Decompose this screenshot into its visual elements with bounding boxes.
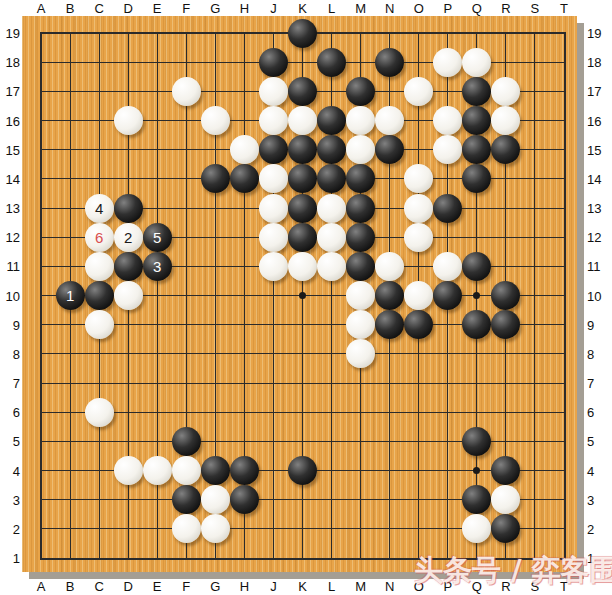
column-label-top: F xyxy=(171,1,201,16)
move-number: 4 xyxy=(95,200,103,217)
column-label-bottom: A xyxy=(26,579,56,594)
white-stone[interactable] xyxy=(143,456,172,485)
row-label-left: 10 xyxy=(0,289,20,304)
move-number: 5 xyxy=(153,229,161,246)
white-stone[interactable] xyxy=(230,135,259,164)
row-label-left: 9 xyxy=(0,318,20,333)
star-point xyxy=(299,292,306,299)
black-stone[interactable] xyxy=(230,485,259,514)
black-stone[interactable] xyxy=(259,48,288,77)
row-label-left: 16 xyxy=(0,114,20,129)
column-label-top: T xyxy=(549,1,579,16)
row-label-left: 5 xyxy=(0,434,20,449)
white-stone[interactable] xyxy=(201,514,230,543)
row-label-left: 15 xyxy=(0,143,20,158)
white-stone[interactable] xyxy=(375,252,404,281)
white-stone[interactable] xyxy=(317,194,346,223)
row-label-left: 13 xyxy=(0,201,20,216)
white-stone[interactable] xyxy=(201,106,230,135)
white-stone[interactable] xyxy=(375,106,404,135)
black-stone[interactable] xyxy=(462,252,491,281)
column-label-top: A xyxy=(26,1,56,16)
white-stone[interactable] xyxy=(288,106,317,135)
row-label-left: 14 xyxy=(0,172,20,187)
black-stone[interactable] xyxy=(346,223,375,252)
row-label-right: 13 xyxy=(587,201,607,216)
black-stone[interactable] xyxy=(172,427,201,456)
black-stone[interactable] xyxy=(85,281,114,310)
row-label-left: 17 xyxy=(0,84,20,99)
column-label-top: H xyxy=(229,1,259,16)
row-label-left: 19 xyxy=(0,26,20,41)
white-stone[interactable] xyxy=(259,106,288,135)
black-stone[interactable] xyxy=(346,252,375,281)
column-label-top: O xyxy=(404,1,434,16)
black-stone[interactable] xyxy=(317,48,346,77)
white-stone[interactable] xyxy=(259,164,288,193)
white-stone[interactable] xyxy=(317,223,346,252)
white-stone[interactable] xyxy=(404,194,433,223)
row-label-right: 17 xyxy=(587,84,607,99)
row-label-right: 9 xyxy=(587,318,607,333)
white-stone[interactable] xyxy=(404,77,433,106)
column-label-top: B xyxy=(55,1,85,16)
black-stone[interactable] xyxy=(230,456,259,485)
white-stone[interactable] xyxy=(462,48,491,77)
column-label-top: K xyxy=(288,1,318,16)
black-stone[interactable] xyxy=(462,77,491,106)
row-label-right: 6 xyxy=(587,405,607,420)
row-label-right: 19 xyxy=(587,26,607,41)
white-stone[interactable] xyxy=(85,398,114,427)
black-stone[interactable] xyxy=(288,223,317,252)
black-stone[interactable] xyxy=(375,48,404,77)
row-label-right: 4 xyxy=(587,464,607,479)
column-label-bottom: E xyxy=(142,579,172,594)
white-stone[interactable] xyxy=(433,48,462,77)
row-label-left: 3 xyxy=(0,493,20,508)
white-stone[interactable] xyxy=(346,281,375,310)
black-stone[interactable]: 1 xyxy=(56,281,85,310)
black-stone[interactable] xyxy=(259,135,288,164)
row-label-right: 10 xyxy=(587,289,607,304)
row-label-right: 3 xyxy=(587,493,607,508)
row-label-left: 7 xyxy=(0,376,20,391)
column-label-bottom: K xyxy=(288,579,318,594)
black-stone[interactable] xyxy=(346,194,375,223)
column-label-bottom: N xyxy=(375,579,405,594)
column-label-top: M xyxy=(346,1,376,16)
white-stone[interactable]: 2 xyxy=(114,223,143,252)
row-label-right: 2 xyxy=(587,522,607,537)
row-label-left: 2 xyxy=(0,522,20,537)
column-label-top: J xyxy=(258,1,288,16)
column-label-bottom: D xyxy=(113,579,143,594)
black-stone[interactable] xyxy=(288,135,317,164)
row-label-left: 12 xyxy=(0,230,20,245)
black-stone[interactable]: 3 xyxy=(143,252,172,281)
go-board[interactable]: 462531 xyxy=(22,16,577,572)
black-stone[interactable] xyxy=(433,194,462,223)
white-stone[interactable] xyxy=(114,106,143,135)
column-label-bottom: B xyxy=(55,579,85,594)
column-label-bottom: G xyxy=(200,579,230,594)
white-stone[interactable] xyxy=(404,223,433,252)
white-stone[interactable] xyxy=(114,456,143,485)
row-label-left: 8 xyxy=(0,347,20,362)
white-stone[interactable] xyxy=(85,310,114,339)
move-number: 6 xyxy=(95,229,103,246)
black-stone[interactable] xyxy=(462,427,491,456)
row-label-right: 8 xyxy=(587,347,607,362)
row-label-left: 4 xyxy=(0,464,20,479)
white-stone[interactable] xyxy=(491,77,520,106)
watermark: 头条号 / 弈客围棋 xyxy=(414,551,612,591)
column-label-top: N xyxy=(375,1,405,16)
row-label-left: 18 xyxy=(0,55,20,70)
move-number: 3 xyxy=(153,258,161,275)
black-stone[interactable] xyxy=(201,456,230,485)
white-stone[interactable] xyxy=(259,223,288,252)
row-label-right: 15 xyxy=(587,143,607,158)
row-label-right: 18 xyxy=(587,55,607,70)
black-stone[interactable] xyxy=(288,456,317,485)
column-label-bottom: M xyxy=(346,579,376,594)
black-stone[interactable] xyxy=(114,194,143,223)
black-stone[interactable] xyxy=(230,164,259,193)
black-stone[interactable] xyxy=(288,77,317,106)
row-label-right: 11 xyxy=(587,259,607,274)
white-stone[interactable] xyxy=(114,281,143,310)
white-stone[interactable] xyxy=(404,281,433,310)
row-label-left: 1 xyxy=(0,551,20,566)
row-label-right: 5 xyxy=(587,434,607,449)
column-label-top: C xyxy=(84,1,114,16)
black-stone[interactable] xyxy=(288,194,317,223)
white-stone[interactable] xyxy=(172,456,201,485)
black-stone[interactable] xyxy=(317,106,346,135)
row-label-right: 16 xyxy=(587,114,607,129)
black-stone[interactable] xyxy=(346,77,375,106)
white-stone[interactable] xyxy=(259,194,288,223)
white-stone[interactable] xyxy=(288,252,317,281)
white-stone[interactable] xyxy=(85,252,114,281)
row-label-left: 11 xyxy=(0,259,20,274)
white-stone[interactable] xyxy=(433,252,462,281)
white-stone[interactable] xyxy=(259,77,288,106)
column-label-bottom: H xyxy=(229,579,259,594)
white-stone[interactable] xyxy=(172,77,201,106)
column-label-bottom: F xyxy=(171,579,201,594)
black-stone[interactable] xyxy=(288,19,317,48)
white-stone[interactable] xyxy=(172,514,201,543)
white-stone[interactable] xyxy=(346,106,375,135)
white-stone[interactable]: 6 xyxy=(85,223,114,252)
column-label-top: P xyxy=(433,1,463,16)
column-label-top: E xyxy=(142,1,172,16)
black-stone[interactable] xyxy=(201,164,230,193)
move-number: 1 xyxy=(66,287,74,304)
black-stone[interactable] xyxy=(172,485,201,514)
black-stone[interactable] xyxy=(114,252,143,281)
white-stone[interactable] xyxy=(259,252,288,281)
column-label-top: R xyxy=(491,1,521,16)
column-label-top: Q xyxy=(462,1,492,16)
white-stone[interactable]: 4 xyxy=(85,194,114,223)
column-label-bottom: C xyxy=(84,579,114,594)
white-stone[interactable] xyxy=(201,485,230,514)
white-stone[interactable] xyxy=(317,252,346,281)
go-diagram: 462531 AABBCCDDEEFFGGHHJJKKLLMMNNOOPPQQR… xyxy=(0,0,612,595)
column-label-bottom: J xyxy=(258,579,288,594)
column-label-top: S xyxy=(520,1,550,16)
black-stone[interactable]: 5 xyxy=(143,223,172,252)
column-label-top: D xyxy=(113,1,143,16)
column-label-top: G xyxy=(200,1,230,16)
row-label-left: 6 xyxy=(0,405,20,420)
column-label-top: L xyxy=(317,1,347,16)
move-number: 2 xyxy=(124,229,132,246)
row-label-right: 12 xyxy=(587,230,607,245)
row-label-right: 14 xyxy=(587,172,607,187)
black-stone[interactable] xyxy=(375,281,404,310)
column-label-bottom: L xyxy=(317,579,347,594)
row-label-right: 7 xyxy=(587,376,607,391)
